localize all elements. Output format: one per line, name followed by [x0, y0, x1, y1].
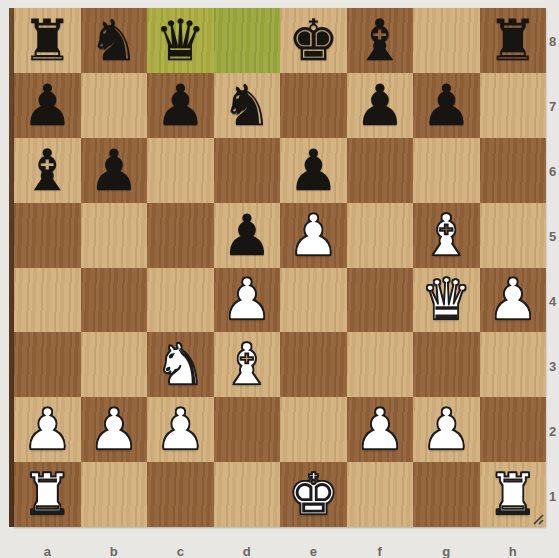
file-label-e: e	[303, 544, 323, 558]
square-b5[interactable]	[81, 203, 148, 268]
file-label-c: c	[170, 544, 190, 558]
square-e8[interactable]: ♚	[280, 8, 347, 73]
file-label-d: d	[237, 544, 257, 558]
piece-black-rook[interactable]: ♜	[480, 8, 547, 73]
square-e6[interactable]: ♟	[280, 138, 347, 203]
square-d3[interactable]: ♝	[214, 332, 281, 397]
square-b6[interactable]: ♟	[81, 138, 148, 203]
piece-black-king[interactable]: ♚	[280, 8, 347, 73]
piece-white-pawn[interactable]: ♟	[480, 268, 547, 333]
chess-board: ♜♞♛♚♝♜♟♟♞♟♟♝♟♟♟♟♝♟♛♟♞♝♟♟♟♟♟♜♚♜	[14, 8, 546, 527]
piece-white-pawn[interactable]: ♟	[81, 397, 148, 462]
square-f6[interactable]	[347, 138, 414, 203]
piece-black-queen[interactable]: ♛	[147, 8, 214, 73]
piece-white-pawn[interactable]: ♟	[14, 397, 81, 462]
square-f4[interactable]	[347, 268, 414, 333]
square-c1[interactable]	[147, 462, 214, 527]
square-g8[interactable]	[413, 8, 480, 73]
square-g1[interactable]	[413, 462, 480, 527]
square-f1[interactable]	[347, 462, 414, 527]
square-d2[interactable]	[214, 397, 281, 462]
square-a3[interactable]	[14, 332, 81, 397]
piece-white-pawn[interactable]: ♟	[147, 397, 214, 462]
square-h7[interactable]	[480, 73, 547, 138]
square-e7[interactable]	[280, 73, 347, 138]
square-c2[interactable]: ♟	[147, 397, 214, 462]
square-b2[interactable]: ♟	[81, 397, 148, 462]
square-g4[interactable]: ♛	[413, 268, 480, 333]
square-b1[interactable]	[81, 462, 148, 527]
rank-label-7: 7	[546, 99, 559, 114]
square-a1[interactable]: ♜	[14, 462, 81, 527]
square-f2[interactable]: ♟	[347, 397, 414, 462]
square-e4[interactable]	[280, 268, 347, 333]
square-b3[interactable]	[81, 332, 148, 397]
piece-black-bishop[interactable]: ♝	[14, 138, 81, 203]
piece-black-pawn[interactable]: ♟	[280, 138, 347, 203]
square-a6[interactable]: ♝	[14, 138, 81, 203]
square-e5[interactable]: ♟	[280, 203, 347, 268]
file-label-f: f	[370, 544, 390, 558]
square-e2[interactable]	[280, 397, 347, 462]
square-f8[interactable]: ♝	[347, 8, 414, 73]
square-g5[interactable]: ♝	[413, 203, 480, 268]
piece-white-rook[interactable]: ♜	[14, 462, 81, 527]
piece-white-pawn[interactable]: ♟	[413, 397, 480, 462]
file-label-h: h	[503, 544, 523, 558]
square-a4[interactable]	[14, 268, 81, 333]
piece-white-king[interactable]: ♚	[280, 462, 347, 527]
resize-handle-icon[interactable]	[531, 512, 545, 526]
file-label-b: b	[104, 544, 124, 558]
chessboard-page: ♜♞♛♚♝♜♟♟♞♟♟♝♟♟♟♟♝♟♛♟♞♝♟♟♟♟♟♜♚♜ abcdefgh …	[0, 0, 559, 558]
piece-black-knight[interactable]: ♞	[81, 8, 148, 73]
square-f3[interactable]	[347, 332, 414, 397]
rank-label-4: 4	[546, 294, 559, 309]
piece-black-bishop[interactable]: ♝	[347, 8, 414, 73]
square-d5[interactable]: ♟	[214, 203, 281, 268]
piece-white-bishop[interactable]: ♝	[214, 332, 281, 397]
piece-white-queen[interactable]: ♛	[413, 268, 480, 333]
square-d8[interactable]	[214, 8, 281, 73]
rank-label-3: 3	[546, 359, 559, 374]
rank-label-8: 8	[546, 34, 559, 49]
square-c6[interactable]	[147, 138, 214, 203]
piece-black-pawn[interactable]: ♟	[14, 73, 81, 138]
piece-white-bishop[interactable]: ♝	[413, 203, 480, 268]
file-label-g: g	[436, 544, 456, 558]
piece-black-pawn[interactable]: ♟	[147, 73, 214, 138]
square-h3[interactable]	[480, 332, 547, 397]
square-d7[interactable]: ♞	[214, 73, 281, 138]
piece-black-pawn[interactable]: ♟	[81, 138, 148, 203]
square-d6[interactable]	[214, 138, 281, 203]
square-a2[interactable]: ♟	[14, 397, 81, 462]
piece-black-pawn[interactable]: ♟	[347, 73, 414, 138]
square-e3[interactable]	[280, 332, 347, 397]
square-b8[interactable]: ♞	[81, 8, 148, 73]
square-a8[interactable]: ♜	[14, 8, 81, 73]
square-h5[interactable]	[480, 203, 547, 268]
square-f5[interactable]	[347, 203, 414, 268]
square-c5[interactable]	[147, 203, 214, 268]
square-g7[interactable]: ♟	[413, 73, 480, 138]
square-f7[interactable]: ♟	[347, 73, 414, 138]
square-d1[interactable]	[214, 462, 281, 527]
piece-black-rook[interactable]: ♜	[14, 8, 81, 73]
piece-black-pawn[interactable]: ♟	[214, 203, 281, 268]
rank-label-5: 5	[546, 229, 559, 244]
rank-label-1: 1	[546, 489, 559, 504]
square-c8[interactable]: ♛	[147, 8, 214, 73]
piece-white-pawn[interactable]: ♟	[347, 397, 414, 462]
square-c3[interactable]: ♞	[147, 332, 214, 397]
square-d4[interactable]: ♟	[214, 268, 281, 333]
square-h8[interactable]: ♜	[480, 8, 547, 73]
piece-white-pawn[interactable]: ♟	[214, 268, 281, 333]
square-c7[interactable]: ♟	[147, 73, 214, 138]
square-g2[interactable]: ♟	[413, 397, 480, 462]
square-g6[interactable]	[413, 138, 480, 203]
file-label-a: a	[37, 544, 57, 558]
square-h2[interactable]	[480, 397, 547, 462]
square-h4[interactable]: ♟	[480, 268, 547, 333]
square-b7[interactable]	[81, 73, 148, 138]
piece-white-knight[interactable]: ♞	[147, 332, 214, 397]
piece-white-pawn[interactable]: ♟	[280, 203, 347, 268]
square-g3[interactable]	[413, 332, 480, 397]
piece-black-pawn[interactable]: ♟	[413, 73, 480, 138]
rank-label-2: 2	[546, 424, 559, 439]
rank-label-6: 6	[546, 164, 559, 179]
square-a5[interactable]	[14, 203, 81, 268]
square-h6[interactable]	[480, 138, 547, 203]
square-a7[interactable]: ♟	[14, 73, 81, 138]
square-c4[interactable]	[147, 268, 214, 333]
piece-black-knight[interactable]: ♞	[214, 73, 281, 138]
square-b4[interactable]	[81, 268, 148, 333]
square-e1[interactable]: ♚	[280, 462, 347, 527]
